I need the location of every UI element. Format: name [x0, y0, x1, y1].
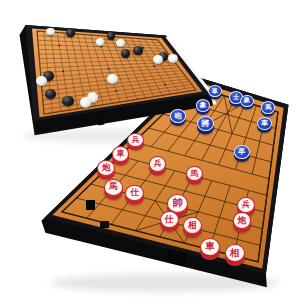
go-stone-white — [116, 39, 125, 47]
xiangqi-piece-character: 車 — [205, 240, 214, 253]
xiangqi-piece-red: 馬 — [104, 179, 123, 196]
xiangqi-piece-red: 仕 — [160, 211, 179, 228]
go-stone-black — [45, 89, 56, 99]
xiangqi-piece-character: 士 — [233, 93, 239, 102]
xiangqi-piece-character: 車 — [117, 148, 125, 159]
xiangqi-piece-character: 卒 — [238, 147, 245, 157]
xiangqi-piece-red: 車 — [200, 238, 220, 256]
xiangqi-piece-red: 兵 — [127, 133, 144, 148]
go-stone-black — [62, 96, 74, 107]
xiangqi-piece-character: 馬 — [265, 103, 271, 112]
xiangqi-piece-character: 將 — [202, 118, 210, 129]
xiangqi-piece-red: 車 — [112, 146, 129, 162]
xiangqi-piece-blue: 砲 — [170, 109, 185, 123]
xiangqi-piece-character: 象 — [200, 101, 207, 110]
xiangqi-piece-character: 仕 — [165, 213, 174, 226]
xiangqi-piece-character: 馬 — [109, 181, 118, 193]
xiangqi-piece-red: 炮 — [97, 160, 115, 176]
xiangqi-piece-red: 炮 — [233, 212, 252, 229]
xiangqi-piece-blue: 車 — [257, 117, 272, 130]
xiangqi-piece-red: 馬 — [186, 166, 203, 182]
product-photo-scene: 車士象象馬砲車將兵卒車兵炮馬馬仕帥兵仕炮相車相 — [0, 0, 300, 300]
xiangqi-piece-red: 兵 — [237, 197, 255, 213]
xiangqi-piece-character: 仕 — [130, 187, 139, 199]
xiangqi-piece-red: 相 — [183, 217, 202, 234]
xiangqi-piece-character: 兵 — [154, 158, 162, 169]
xiangqi-piece-character: 車 — [211, 87, 217, 96]
go-stone-black — [107, 32, 116, 40]
xiangqi-piece-character: 帥 — [173, 196, 183, 210]
xiangqi-piece-blue: 象 — [196, 99, 211, 112]
xiangqi-piece-blue: 象 — [240, 95, 254, 108]
xiangqi-piece-blue: 馬 — [261, 101, 275, 114]
go-stone-black — [66, 29, 75, 37]
go-stone-white — [96, 38, 105, 46]
xiangqi-piece-character: 相 — [188, 219, 197, 232]
xiangqi-piece-character: 兵 — [131, 135, 139, 145]
xiangqi-piece-character: 炮 — [238, 215, 247, 227]
xiangqi-piece-character: 炮 — [102, 162, 110, 173]
xiangqi-piece-character: 砲 — [175, 111, 182, 121]
xiangqi-piece-character: 象 — [244, 96, 250, 105]
go-stone-white — [107, 74, 118, 84]
go-stone-black — [133, 46, 142, 55]
xiangqi-piece-red: 相 — [225, 244, 245, 262]
xiangqi-piece-character: 車 — [261, 119, 268, 128]
go-stone-white — [80, 97, 92, 108]
go-stone-black — [121, 49, 131, 58]
xiangqi-piece-character: 相 — [230, 247, 239, 260]
go-stone-white — [36, 76, 47, 86]
xiangqi-piece-blue: 將 — [197, 116, 214, 132]
go-stone-white — [46, 28, 55, 36]
pieces-layer: 車士象象馬砲車將兵卒車兵炮馬馬仕帥兵仕炮相車相 — [0, 0, 300, 300]
xiangqi-piece-red: 兵 — [149, 156, 166, 172]
xiangqi-piece-blue: 車 — [208, 85, 222, 98]
xiangqi-piece-blue: 卒 — [234, 145, 250, 159]
xiangqi-piece-character: 馬 — [190, 168, 198, 179]
go-stone-white — [153, 55, 163, 64]
go-stone-white — [168, 54, 178, 63]
xiangqi-piece-red: 仕 — [125, 185, 144, 202]
xiangqi-piece-character: 兵 — [242, 199, 250, 210]
